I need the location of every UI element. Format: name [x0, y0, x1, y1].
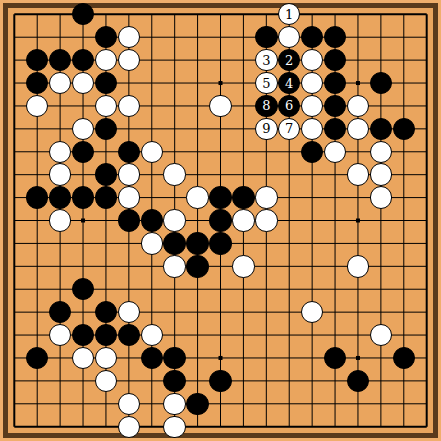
stone-white[interactable]	[49, 324, 71, 346]
stone-black[interactable]	[72, 49, 94, 71]
stone-black[interactable]	[118, 324, 140, 346]
stone-black[interactable]	[141, 209, 163, 231]
stone-black[interactable]	[95, 301, 117, 323]
stone-black[interactable]	[95, 26, 117, 48]
move-number-label: 3	[262, 54, 270, 67]
stone-white[interactable]	[370, 324, 392, 346]
stone-white-move-5[interactable]: 5	[255, 72, 277, 94]
stone-white[interactable]	[301, 301, 323, 323]
stone-black[interactable]	[26, 186, 48, 208]
stone-black[interactable]	[324, 118, 346, 140]
stone-black[interactable]	[26, 49, 48, 71]
stone-black[interactable]	[393, 118, 415, 140]
stone-white[interactable]	[163, 209, 185, 231]
stone-white[interactable]	[278, 26, 300, 48]
stone-black[interactable]	[209, 370, 231, 392]
stone-white[interactable]	[118, 163, 140, 185]
stone-black[interactable]	[95, 186, 117, 208]
stone-white[interactable]	[347, 255, 369, 277]
stone-black[interactable]	[72, 324, 94, 346]
stone-white[interactable]	[301, 95, 323, 117]
stone-white[interactable]	[95, 95, 117, 117]
stone-black[interactable]	[209, 186, 231, 208]
move-number-label: 1	[285, 8, 293, 21]
move-number-label: 7	[285, 122, 293, 135]
stone-white[interactable]	[209, 95, 231, 117]
stone-white[interactable]	[347, 95, 369, 117]
stone-white[interactable]	[141, 324, 163, 346]
stone-white[interactable]	[118, 95, 140, 117]
go-diagram: 132548697	[0, 0, 441, 441]
stone-white[interactable]	[232, 255, 254, 277]
stone-white-move-1[interactable]: 1	[278, 3, 300, 25]
move-number-label: 5	[262, 77, 270, 90]
stone-white[interactable]	[118, 416, 140, 438]
stone-white-move-9[interactable]: 9	[255, 118, 277, 140]
stone-black[interactable]	[370, 118, 392, 140]
stone-white[interactable]	[49, 163, 71, 185]
stone-black[interactable]	[49, 301, 71, 323]
stones-layer: 132548697	[0, 0, 441, 441]
stone-black[interactable]	[95, 72, 117, 94]
stone-black[interactable]	[95, 324, 117, 346]
stone-white[interactable]	[72, 118, 94, 140]
stone-white[interactable]	[95, 347, 117, 369]
move-number-label: 8	[262, 99, 270, 112]
stone-white[interactable]	[72, 72, 94, 94]
stone-black[interactable]	[26, 72, 48, 94]
stone-black[interactable]	[324, 95, 346, 117]
stone-black-move-6[interactable]: 6	[278, 95, 300, 117]
stone-black[interactable]	[72, 278, 94, 300]
stone-white[interactable]	[49, 141, 71, 163]
stone-black[interactable]	[301, 26, 323, 48]
stone-white[interactable]	[118, 301, 140, 323]
stone-white[interactable]	[141, 232, 163, 254]
move-number-label: 6	[285, 99, 293, 112]
stone-white[interactable]	[49, 209, 71, 231]
stone-black[interactable]	[186, 255, 208, 277]
stone-white[interactable]	[370, 163, 392, 185]
stone-white[interactable]	[301, 118, 323, 140]
stone-white[interactable]	[301, 72, 323, 94]
stone-white[interactable]	[163, 393, 185, 415]
stone-black[interactable]	[393, 347, 415, 369]
stone-white[interactable]	[370, 186, 392, 208]
move-number-label: 9	[262, 122, 270, 135]
stone-black[interactable]	[163, 347, 185, 369]
stone-black[interactable]	[163, 232, 185, 254]
stone-white[interactable]	[118, 26, 140, 48]
stone-black[interactable]	[95, 163, 117, 185]
stone-black[interactable]	[163, 370, 185, 392]
stone-black[interactable]	[118, 209, 140, 231]
stone-black[interactable]	[186, 393, 208, 415]
stone-black[interactable]	[370, 72, 392, 94]
stone-black[interactable]	[209, 232, 231, 254]
stone-white[interactable]	[163, 416, 185, 438]
stone-white[interactable]	[141, 141, 163, 163]
stone-black-move-2[interactable]: 2	[278, 49, 300, 71]
stone-black[interactable]	[72, 141, 94, 163]
stone-white[interactable]	[95, 49, 117, 71]
stone-black[interactable]	[301, 141, 323, 163]
stone-black[interactable]	[72, 186, 94, 208]
stone-black[interactable]	[255, 26, 277, 48]
stone-black[interactable]	[26, 347, 48, 369]
stone-black[interactable]	[186, 232, 208, 254]
stone-black[interactable]	[141, 347, 163, 369]
stone-white[interactable]	[49, 72, 71, 94]
stone-white[interactable]	[370, 141, 392, 163]
stone-black[interactable]	[49, 49, 71, 71]
stone-black[interactable]	[95, 118, 117, 140]
stone-white[interactable]	[347, 163, 369, 185]
stone-white-move-7[interactable]: 7	[278, 118, 300, 140]
stone-white[interactable]	[26, 95, 48, 117]
stone-white[interactable]	[186, 186, 208, 208]
stone-white[interactable]	[255, 209, 277, 231]
stone-white[interactable]	[255, 186, 277, 208]
stone-black-move-8[interactable]: 8	[255, 95, 277, 117]
move-number-label: 4	[285, 77, 293, 90]
stone-white[interactable]	[118, 49, 140, 71]
stone-white[interactable]	[301, 49, 323, 71]
stone-white[interactable]	[163, 255, 185, 277]
stone-black[interactable]	[324, 72, 346, 94]
stone-black[interactable]	[324, 49, 346, 71]
stone-white[interactable]	[118, 393, 140, 415]
stone-white[interactable]	[72, 347, 94, 369]
move-number-label: 2	[285, 54, 293, 67]
stone-white[interactable]	[232, 209, 254, 231]
stone-black[interactable]	[324, 347, 346, 369]
stone-black[interactable]	[209, 209, 231, 231]
stone-black-move-4[interactable]: 4	[278, 72, 300, 94]
stone-black[interactable]	[49, 186, 71, 208]
stone-black[interactable]	[118, 141, 140, 163]
stone-white[interactable]	[324, 141, 346, 163]
stone-black[interactable]	[324, 26, 346, 48]
stone-black[interactable]	[72, 3, 94, 25]
stone-black[interactable]	[232, 186, 254, 208]
stone-white[interactable]	[347, 118, 369, 140]
stone-black[interactable]	[347, 370, 369, 392]
stone-white[interactable]	[118, 186, 140, 208]
stone-white[interactable]	[163, 163, 185, 185]
stone-white-move-3[interactable]: 3	[255, 49, 277, 71]
stone-white[interactable]	[95, 370, 117, 392]
